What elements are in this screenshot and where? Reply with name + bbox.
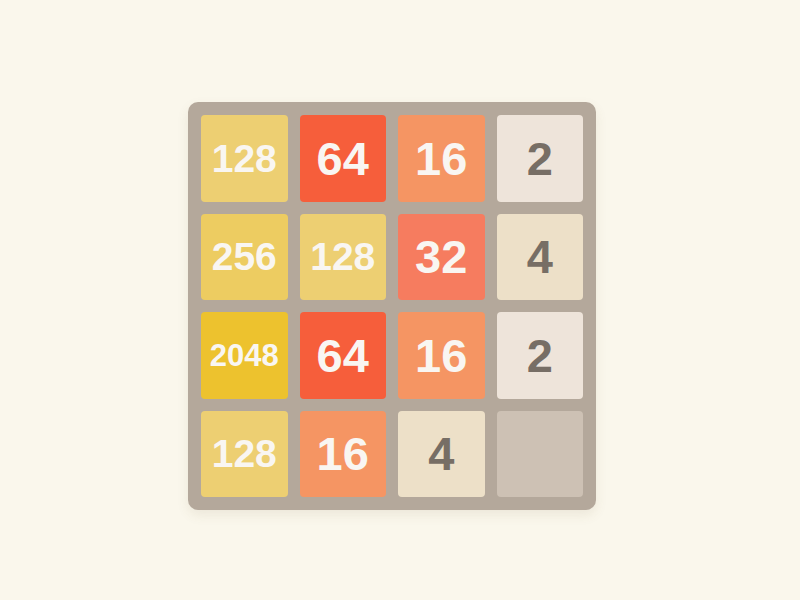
tile-64: 64 <box>300 115 387 202</box>
game-board-2048[interactable]: 12864162256128324204864162128164 <box>188 102 596 510</box>
empty-cell <box>497 411 584 498</box>
tile-16: 16 <box>398 312 485 399</box>
tile-64: 64 <box>300 312 387 399</box>
tile-128: 128 <box>201 115 288 202</box>
tile-4: 4 <box>398 411 485 498</box>
tile-4: 4 <box>497 214 584 301</box>
tile-2: 2 <box>497 115 584 202</box>
page-background: 12864162256128324204864162128164 <box>0 0 800 600</box>
tile-32: 32 <box>398 214 485 301</box>
tile-16: 16 <box>300 411 387 498</box>
tile-128: 128 <box>201 411 288 498</box>
tile-16: 16 <box>398 115 485 202</box>
tile-2: 2 <box>497 312 584 399</box>
tile-256: 256 <box>201 214 288 301</box>
tile-128: 128 <box>300 214 387 301</box>
tile-2048: 2048 <box>201 312 288 399</box>
